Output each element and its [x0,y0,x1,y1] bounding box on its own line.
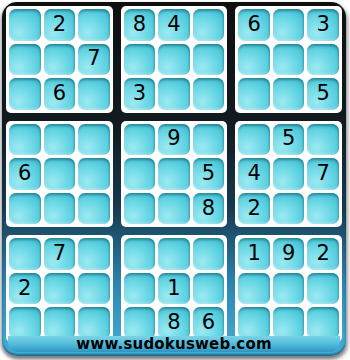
cell-r5c2[interactable] [44,158,76,190]
cell-r7c7: 1 [238,238,270,270]
cell-r6c4[interactable] [124,193,156,225]
cell-r4c8: 5 [273,124,305,156]
cell-r7c9: 2 [307,238,339,270]
cell-r2c2[interactable] [44,44,76,76]
cell-r8c9[interactable] [307,273,339,305]
cell-r5c6: 5 [193,158,225,190]
cell-r1c8[interactable] [273,9,305,41]
cell-r6c8[interactable] [273,193,305,225]
cell-r3c1[interactable] [9,78,41,110]
cell-r8c8[interactable] [273,273,305,305]
block-1-1: 276 [6,6,113,113]
block-3-3: 192 [235,235,342,342]
cell-r1c9: 3 [307,9,339,41]
cell-r5c3[interactable] [78,158,110,190]
cell-r6c2[interactable] [44,193,76,225]
cell-r8c3[interactable] [78,273,110,305]
cell-r3c4: 3 [124,78,156,110]
cell-r4c6[interactable] [193,124,225,156]
cell-r6c3[interactable] [78,193,110,225]
cell-r3c6[interactable] [193,78,225,110]
cell-r4c2[interactable] [44,124,76,156]
cell-r2c4[interactable] [124,44,156,76]
cell-r6c6: 8 [193,193,225,225]
cell-r5c7: 4 [238,158,270,190]
cell-r1c2: 2 [44,9,76,41]
cell-r8c6[interactable] [193,273,225,305]
cell-r7c6[interactable] [193,238,225,270]
block-3-1: 72 [6,235,113,342]
cell-r3c5[interactable] [158,78,190,110]
cell-r7c8: 9 [273,238,305,270]
cell-r1c4: 8 [124,9,156,41]
cell-r2c6[interactable] [193,44,225,76]
cell-r6c1[interactable] [9,193,41,225]
cell-r7c2: 7 [44,238,76,270]
cell-r7c3[interactable] [78,238,110,270]
cell-r3c9: 5 [307,78,339,110]
cell-r6c5[interactable] [158,193,190,225]
cell-r5c9: 7 [307,158,339,190]
cell-r4c1[interactable] [9,124,41,156]
cell-r8c2[interactable] [44,273,76,305]
block-1-2: 843 [121,6,228,113]
cell-r3c2: 6 [44,78,76,110]
cell-r1c5: 4 [158,9,190,41]
cell-r4c7[interactable] [238,124,270,156]
cell-r2c1[interactable] [9,44,41,76]
cell-r9c1[interactable] [9,307,41,339]
cell-r9c8[interactable] [273,307,305,339]
cell-r6c9[interactable] [307,193,339,225]
cell-r4c4[interactable] [124,124,156,156]
cell-r5c1: 6 [9,158,41,190]
footer-bar: www.sudokusweb.com [8,336,340,352]
cell-r6c7: 2 [238,193,270,225]
cell-r5c5[interactable] [158,158,190,190]
cell-r4c9[interactable] [307,124,339,156]
cell-r1c1[interactable] [9,9,41,41]
block-1-3: 635 [235,6,342,113]
cell-r4c3[interactable] [78,124,110,156]
cell-r7c5[interactable] [158,238,190,270]
cell-r3c7[interactable] [238,78,270,110]
cell-r7c4[interactable] [124,238,156,270]
cell-r9c9[interactable] [307,307,339,339]
cell-r2c7[interactable] [238,44,270,76]
cell-r4c5: 9 [158,124,190,156]
cell-r5c4[interactable] [124,158,156,190]
cell-r5c8[interactable] [273,158,305,190]
cell-r2c3: 7 [78,44,110,76]
cell-r1c3[interactable] [78,9,110,41]
cell-r8c4[interactable] [124,273,156,305]
cell-r2c8[interactable] [273,44,305,76]
cell-r7c1[interactable] [9,238,41,270]
website-link[interactable]: www.sudokusweb.com [76,335,271,353]
sudoku-board: 2768436356958547272186192 [6,6,342,342]
block-3-2: 186 [121,235,228,342]
cell-r8c7[interactable] [238,273,270,305]
cell-r1c6[interactable] [193,9,225,41]
cell-r8c5: 1 [158,273,190,305]
cell-r8c1: 2 [9,273,41,305]
cell-r9c2[interactable] [44,307,76,339]
cell-r2c9[interactable] [307,44,339,76]
cell-r3c8[interactable] [273,78,305,110]
block-2-2: 958 [121,121,228,228]
block-2-3: 5472 [235,121,342,228]
block-2-1: 6 [6,121,113,228]
cell-r3c3[interactable] [78,78,110,110]
cell-r1c7: 6 [238,9,270,41]
cell-r2c5[interactable] [158,44,190,76]
board-frame: 2768436356958547272186192 www.sudokusweb… [2,2,346,356]
